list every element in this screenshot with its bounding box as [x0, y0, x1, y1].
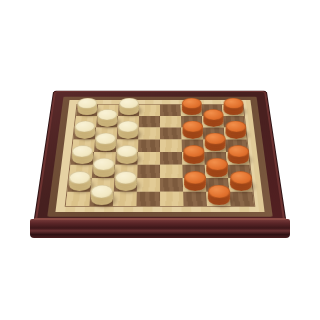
checker-cream-b3[interactable]	[92, 165, 114, 178]
mahogany-frame	[33, 91, 287, 225]
square-a6[interactable]	[73, 128, 96, 140]
square-e8[interactable]	[160, 105, 181, 116]
checker-cream-c2[interactable]	[114, 178, 136, 191]
checker-top-face	[205, 158, 228, 171]
checker-orange-g7[interactable]	[202, 116, 223, 127]
checker-top-face	[227, 145, 250, 157]
square-d7[interactable]	[139, 116, 160, 128]
checker-top-face	[183, 145, 205, 157]
square-d4[interactable]	[138, 152, 160, 165]
square-b7[interactable]	[96, 116, 118, 128]
checker-top-face	[182, 121, 203, 132]
checker-cream-a8[interactable]	[77, 105, 98, 116]
checker-orange-h8[interactable]	[222, 105, 243, 116]
checkers-scene	[0, 0, 320, 320]
square-a4[interactable]	[71, 152, 94, 165]
checker-top-face	[183, 171, 206, 184]
square-f4[interactable]	[182, 152, 205, 165]
square-c4[interactable]	[115, 152, 138, 165]
square-c6[interactable]	[117, 128, 139, 140]
checker-cream-c8[interactable]	[119, 105, 139, 116]
square-g1[interactable]	[206, 192, 230, 206]
checker-orange-f6[interactable]	[182, 128, 203, 139]
square-d5[interactable]	[138, 140, 160, 152]
checker-cream-b5[interactable]	[95, 140, 117, 152]
square-b5[interactable]	[94, 140, 117, 152]
square-b1[interactable]	[89, 192, 113, 206]
checker-orange-f8[interactable]	[181, 105, 201, 116]
square-g3[interactable]	[205, 165, 229, 178]
square-f2[interactable]	[183, 178, 207, 192]
square-a1[interactable]	[66, 192, 91, 206]
checker-cream-b7[interactable]	[97, 116, 118, 127]
square-h4[interactable]	[226, 152, 249, 165]
frame-molding-highlight	[34, 218, 286, 220]
checker-orange-f4[interactable]	[183, 152, 205, 164]
square-c1[interactable]	[113, 192, 137, 206]
frame-front-edge	[30, 219, 290, 238]
checker-orange-g1[interactable]	[207, 192, 230, 206]
checker-top-face	[223, 98, 244, 109]
checker-top-face	[204, 133, 226, 145]
square-e3[interactable]	[160, 165, 183, 178]
square-h2[interactable]	[228, 178, 252, 192]
square-c8[interactable]	[118, 105, 139, 116]
square-h8[interactable]	[222, 105, 244, 116]
checker-top-face	[229, 171, 252, 184]
checker-top-face	[225, 121, 247, 132]
checkers-board	[33, 91, 287, 225]
square-c2[interactable]	[114, 178, 138, 192]
checker-orange-g3[interactable]	[205, 165, 227, 178]
walnut-border	[47, 97, 272, 217]
square-h6[interactable]	[224, 128, 247, 140]
square-f8[interactable]	[181, 105, 202, 116]
square-e6[interactable]	[160, 128, 182, 140]
square-d1[interactable]	[136, 192, 160, 206]
square-d3[interactable]	[137, 165, 160, 178]
square-h1[interactable]	[229, 192, 254, 206]
checker-orange-h4[interactable]	[227, 152, 249, 164]
checker-cream-a4[interactable]	[71, 152, 93, 164]
square-b3[interactable]	[92, 165, 116, 178]
checker-cream-c4[interactable]	[116, 152, 138, 164]
square-e7[interactable]	[160, 116, 181, 128]
square-d6[interactable]	[138, 128, 160, 140]
square-a2[interactable]	[67, 178, 91, 192]
square-d2[interactable]	[137, 178, 160, 192]
square-f1[interactable]	[183, 192, 207, 206]
square-f6[interactable]	[181, 128, 203, 140]
square-d8[interactable]	[139, 105, 160, 116]
square-g7[interactable]	[202, 116, 224, 128]
maple-border	[55, 100, 264, 212]
square-e5[interactable]	[160, 140, 182, 152]
checker-orange-g5[interactable]	[204, 140, 226, 152]
checker-cream-c6[interactable]	[117, 128, 138, 139]
square-a8[interactable]	[76, 105, 98, 116]
checker-top-face	[203, 109, 224, 120]
square-e4[interactable]	[160, 152, 182, 165]
square-e2[interactable]	[160, 178, 183, 192]
checker-orange-f2[interactable]	[183, 178, 205, 191]
checker-top-face	[181, 98, 201, 109]
square-e1[interactable]	[160, 192, 184, 206]
checker-orange-h2[interactable]	[229, 178, 252, 191]
square-g5[interactable]	[203, 140, 226, 152]
checker-cream-a2[interactable]	[68, 178, 91, 191]
checker-cream-b1[interactable]	[90, 192, 113, 206]
checker-orange-h6[interactable]	[224, 128, 246, 139]
board-grid	[66, 105, 254, 206]
checker-cream-a6[interactable]	[74, 128, 96, 139]
checker-top-face	[207, 185, 230, 198]
